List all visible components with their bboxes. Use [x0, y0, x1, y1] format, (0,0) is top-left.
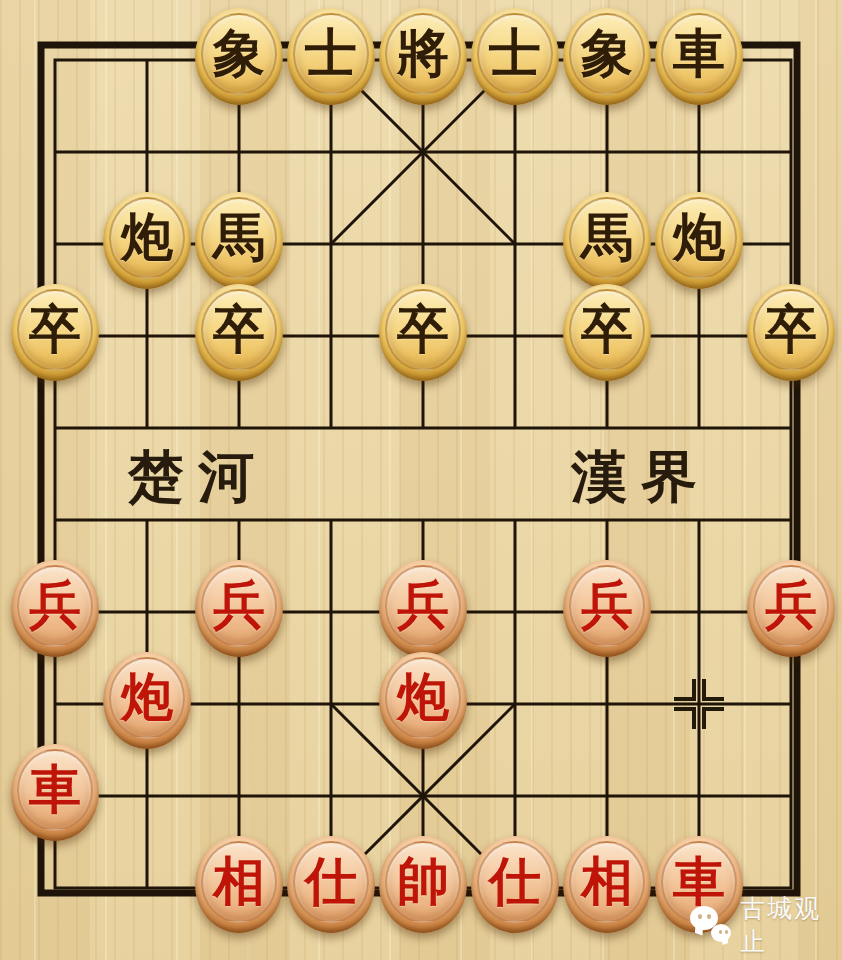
point-marker-corner [702, 679, 724, 701]
black-elephant[interactable]: 象 [195, 8, 283, 105]
black-soldier[interactable]: 卒 [379, 284, 467, 381]
piece-glyph: 兵 [765, 580, 817, 632]
piece-glyph: 卒 [397, 304, 449, 356]
black-soldier[interactable]: 卒 [11, 284, 99, 381]
red-soldier[interactable]: 兵 [563, 560, 651, 657]
piece-glyph: 士 [305, 28, 357, 80]
piece-glyph: 帥 [397, 856, 449, 908]
black-advisor[interactable]: 士 [471, 8, 559, 105]
black-advisor[interactable]: 士 [287, 8, 375, 105]
black-horse[interactable]: 馬 [195, 192, 283, 289]
red-cannon[interactable]: 炮 [379, 652, 467, 749]
xiangqi-board-page: 楚河 漢界 象士將士象車炮馬馬炮卒卒卒卒卒兵兵兵兵兵炮炮車相仕帥仕相車 古城观止 [0, 0, 842, 960]
piece-glyph: 炮 [397, 672, 449, 724]
black-cannon[interactable]: 炮 [103, 192, 191, 289]
red-general[interactable]: 帥 [379, 836, 467, 933]
piece-glyph: 兵 [581, 580, 633, 632]
watermark: 古城观止 [690, 892, 842, 958]
red-advisor[interactable]: 仕 [287, 836, 375, 933]
black-general[interactable]: 將 [379, 8, 467, 105]
point-marker-corner [674, 707, 696, 729]
wechat-icon [690, 906, 733, 944]
piece-glyph: 馬 [213, 212, 265, 264]
piece-glyph: 卒 [765, 304, 817, 356]
piece-glyph: 象 [213, 28, 265, 80]
piece-glyph: 炮 [121, 212, 173, 264]
piece-glyph: 將 [397, 28, 449, 80]
black-horse[interactable]: 馬 [563, 192, 651, 289]
red-soldier[interactable]: 兵 [747, 560, 835, 657]
piece-glyph: 卒 [581, 304, 633, 356]
piece-glyph: 兵 [29, 580, 81, 632]
point-marker-corner [674, 679, 696, 701]
piece-glyph: 相 [581, 856, 633, 908]
board[interactable]: 象士將士象車炮馬馬炮卒卒卒卒卒兵兵兵兵兵炮炮車相仕帥仕相車 [9, 14, 837, 934]
black-soldier[interactable]: 卒 [195, 284, 283, 381]
piece-glyph: 相 [213, 856, 265, 908]
piece-glyph: 兵 [213, 580, 265, 632]
black-elephant[interactable]: 象 [563, 8, 651, 105]
red-chariot[interactable]: 車 [11, 744, 99, 841]
black-chariot[interactable]: 車 [655, 8, 743, 105]
red-elephant[interactable]: 相 [563, 836, 651, 933]
red-advisor[interactable]: 仕 [471, 836, 559, 933]
piece-glyph: 車 [673, 28, 725, 80]
piece-glyph: 兵 [397, 580, 449, 632]
piece-glyph: 仕 [305, 856, 357, 908]
red-soldier[interactable]: 兵 [195, 560, 283, 657]
piece-glyph: 炮 [673, 212, 725, 264]
red-cannon[interactable]: 炮 [103, 652, 191, 749]
black-cannon[interactable]: 炮 [655, 192, 743, 289]
red-soldier[interactable]: 兵 [379, 560, 467, 657]
red-soldier[interactable]: 兵 [11, 560, 99, 657]
red-elephant[interactable]: 相 [195, 836, 283, 933]
piece-glyph: 馬 [581, 212, 633, 264]
piece-glyph: 象 [581, 28, 633, 80]
point-marker [674, 679, 724, 729]
piece-glyph: 車 [29, 764, 81, 816]
piece-glyph: 卒 [213, 304, 265, 356]
piece-glyph: 炮 [121, 672, 173, 724]
watermark-text: 古城观止 [740, 892, 842, 958]
point-marker-corner [702, 707, 724, 729]
piece-glyph: 仕 [489, 856, 541, 908]
piece-glyph: 卒 [29, 304, 81, 356]
black-soldier[interactable]: 卒 [747, 284, 835, 381]
black-soldier[interactable]: 卒 [563, 284, 651, 381]
piece-glyph: 士 [489, 28, 541, 80]
